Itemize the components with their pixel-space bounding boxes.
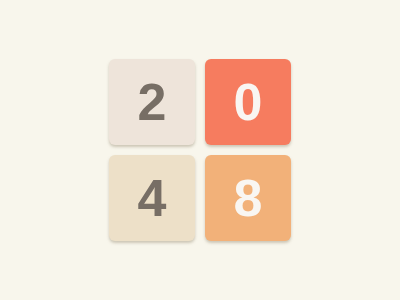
- tile-2: 2: [109, 59, 195, 145]
- tile-2-value: 2: [138, 76, 167, 128]
- tile-8: 8: [205, 155, 291, 241]
- tile-8-value: 8: [234, 172, 263, 224]
- tile-4: 4: [109, 155, 195, 241]
- 2048-board[interactable]: 2 0 4 8: [109, 59, 291, 241]
- game-canvas: 2 0 4 8: [0, 0, 400, 300]
- tile-0: 0: [205, 59, 291, 145]
- tile-0-value: 0: [234, 76, 263, 128]
- tile-4-value: 4: [138, 172, 167, 224]
